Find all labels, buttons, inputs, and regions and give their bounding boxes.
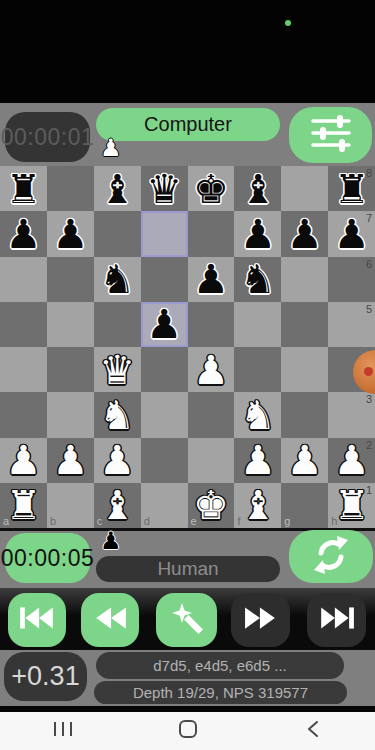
square-e2[interactable] xyxy=(188,438,235,483)
square-a3[interactable] xyxy=(0,392,47,437)
black-king-e8[interactable]: ♚ xyxy=(193,169,229,209)
square-b7[interactable]: ♟ xyxy=(47,211,94,256)
file-label-c: c xyxy=(97,515,103,527)
file-label-d: d xyxy=(144,515,150,527)
square-e7[interactable] xyxy=(188,211,235,256)
square-a8[interactable]: ♜ xyxy=(0,166,47,211)
black-pawn-d5[interactable]: ♟ xyxy=(146,304,182,344)
white-rook-h1[interactable]: ♜ xyxy=(334,485,370,525)
settings-button[interactable] xyxy=(289,107,372,163)
rank-label-1: 1 xyxy=(366,484,372,496)
white-bishop-c1[interactable]: ♝ xyxy=(99,485,135,525)
square-f7[interactable]: ♟ xyxy=(234,211,281,256)
square-a7[interactable]: ♟ xyxy=(0,211,47,256)
white-pawn-a2[interactable]: ♟ xyxy=(6,440,42,480)
square-c4[interactable]: ♛ xyxy=(94,347,141,392)
home-icon xyxy=(178,719,198,743)
square-g4[interactable] xyxy=(281,347,328,392)
square-d4[interactable] xyxy=(141,347,188,392)
square-g5[interactable] xyxy=(281,302,328,347)
square-f3[interactable]: ♞ xyxy=(234,392,281,437)
overlay-record-dot xyxy=(364,367,373,376)
square-c5[interactable] xyxy=(94,302,141,347)
black-knight-c6[interactable]: ♞ xyxy=(99,259,135,299)
computer-clock: 00:00:01 xyxy=(5,112,90,162)
square-h1[interactable]: 1h♜ xyxy=(328,483,375,528)
square-c3[interactable]: ♞ xyxy=(94,392,141,437)
status-bar xyxy=(0,0,375,103)
white-pawn-f2[interactable]: ♟ xyxy=(240,440,276,480)
skip-end-icon xyxy=(318,605,356,635)
black-pawn-e6[interactable]: ♟ xyxy=(193,259,229,299)
square-e6[interactable]: ♟ xyxy=(188,257,235,302)
white-pawn-e4[interactable]: ♟ xyxy=(193,350,229,390)
square-g8[interactable] xyxy=(281,166,328,211)
square-e1[interactable]: e♚ xyxy=(188,483,235,528)
square-h8[interactable]: 8♜ xyxy=(328,166,375,211)
recents-button[interactable] xyxy=(0,721,125,741)
skip-to-start-button[interactable] xyxy=(8,593,66,647)
computer-player-button[interactable]: Computer xyxy=(96,108,280,141)
square-f6[interactable]: ♞ xyxy=(234,257,281,302)
square-f5[interactable] xyxy=(234,302,281,347)
square-c6[interactable]: ♞ xyxy=(94,257,141,302)
evaluation-score: +0.31 xyxy=(4,652,87,701)
square-e4[interactable]: ♟ xyxy=(188,347,235,392)
square-d3[interactable] xyxy=(141,392,188,437)
square-a6[interactable] xyxy=(0,257,47,302)
white-pawn-c2[interactable]: ♟ xyxy=(99,440,135,480)
square-g2[interactable]: ♟ xyxy=(281,438,328,483)
white-rook-a1[interactable]: ♜ xyxy=(6,485,42,525)
human-clock: 00:00:05 xyxy=(5,533,90,583)
fast-forward-icon xyxy=(244,605,278,635)
square-c8[interactable]: ♝ xyxy=(94,166,141,211)
square-h3[interactable]: 3 xyxy=(328,392,375,437)
square-e5[interactable] xyxy=(188,302,235,347)
square-d1[interactable]: d xyxy=(141,483,188,528)
notification-dot xyxy=(285,20,291,26)
white-bishop-f1[interactable]: ♝ xyxy=(240,485,276,525)
square-c1[interactable]: c♝ xyxy=(94,483,141,528)
white-pawn-g2[interactable]: ♟ xyxy=(287,440,323,480)
square-b6[interactable] xyxy=(47,257,94,302)
white-knight-c3[interactable]: ♞ xyxy=(99,395,135,435)
black-pawn-f7[interactable]: ♟ xyxy=(240,214,276,254)
file-label-g: g xyxy=(284,515,290,527)
file-label-a: a xyxy=(3,515,9,527)
square-b1[interactable]: b xyxy=(47,483,94,528)
square-h5[interactable]: 5 xyxy=(328,302,375,347)
black-bishop-c8[interactable]: ♝ xyxy=(99,169,135,209)
back-button[interactable] xyxy=(250,720,375,742)
square-g7[interactable]: ♟ xyxy=(281,211,328,256)
square-b5[interactable] xyxy=(47,302,94,347)
square-h7[interactable]: 7♟ xyxy=(328,211,375,256)
engine-best-line: d7d5, e4d5, e6d5 ... xyxy=(96,652,344,679)
skip-to-end-button[interactable] xyxy=(307,593,366,647)
black-queen-d8[interactable]: ♛ xyxy=(146,169,182,209)
rank-label-3: 3 xyxy=(366,393,372,405)
square-c2[interactable]: ♟ xyxy=(94,438,141,483)
skip-start-icon xyxy=(18,605,56,635)
android-nav-bar xyxy=(0,712,375,750)
square-d5[interactable]: ♟ xyxy=(141,302,188,347)
white-knight-f3[interactable]: ♞ xyxy=(240,395,276,435)
square-b4[interactable] xyxy=(47,347,94,392)
black-pawn-a7[interactable]: ♟ xyxy=(6,214,42,254)
rewind-button[interactable] xyxy=(81,593,139,647)
square-h6[interactable]: 6 xyxy=(328,257,375,302)
square-f2[interactable]: ♟ xyxy=(234,438,281,483)
file-label-f: f xyxy=(237,515,240,527)
square-e8[interactable]: ♚ xyxy=(188,166,235,211)
square-b3[interactable] xyxy=(47,392,94,437)
square-g3[interactable] xyxy=(281,392,328,437)
square-f1[interactable]: f♝ xyxy=(234,483,281,528)
square-f4[interactable] xyxy=(234,347,281,392)
rank-label-5: 5 xyxy=(366,303,372,315)
file-label-e: e xyxy=(191,515,197,527)
square-g1[interactable]: g xyxy=(281,483,328,528)
square-g6[interactable] xyxy=(281,257,328,302)
recents-icon xyxy=(52,721,74,741)
rewind-icon xyxy=(93,605,127,635)
square-d7[interactable] xyxy=(141,211,188,256)
square-a5[interactable] xyxy=(0,302,47,347)
black-pawn-b7[interactable]: ♟ xyxy=(52,214,88,254)
square-e3[interactable] xyxy=(188,392,235,437)
rank-label-8: 8 xyxy=(366,167,372,179)
square-b8[interactable] xyxy=(47,166,94,211)
square-d2[interactable] xyxy=(141,438,188,483)
rank-label-7: 7 xyxy=(366,212,372,224)
tune-sliders-icon xyxy=(307,112,355,158)
square-d6[interactable] xyxy=(141,257,188,302)
black-pawn-h7[interactable]: ♟ xyxy=(334,214,370,254)
black-rook-h8[interactable]: ♜ xyxy=(334,169,370,209)
back-icon xyxy=(307,720,319,742)
human-player-button[interactable]: Human xyxy=(96,556,280,582)
captured-white-pawn: ♟ xyxy=(100,136,122,160)
white-pawn-b2[interactable]: ♟ xyxy=(52,440,88,480)
home-button[interactable] xyxy=(125,719,250,743)
rank-label-6: 6 xyxy=(366,258,372,270)
file-label-b: b xyxy=(50,515,56,527)
engine-depth-info: Depth 19/29, NPS 319577 xyxy=(94,681,347,704)
black-knight-f6[interactable]: ♞ xyxy=(240,259,276,299)
square-a2[interactable]: ♟ xyxy=(0,438,47,483)
square-b2[interactable]: ♟ xyxy=(47,438,94,483)
hint-button[interactable] xyxy=(156,593,217,647)
black-rook-a8[interactable]: ♜ xyxy=(6,169,42,209)
captured-black-pawn: ♟ xyxy=(100,529,122,553)
refresh-button[interactable] xyxy=(289,530,373,583)
white-queen-c4[interactable]: ♛ xyxy=(99,350,135,390)
square-f8[interactable]: ♝ xyxy=(234,166,281,211)
file-label-h: h xyxy=(331,515,337,527)
black-pawn-g7[interactable]: ♟ xyxy=(287,214,323,254)
magic-wand-icon xyxy=(169,600,205,640)
square-h2[interactable]: 2♟ xyxy=(328,438,375,483)
black-bishop-f8[interactable]: ♝ xyxy=(240,169,276,209)
square-a4[interactable] xyxy=(0,347,47,392)
white-pawn-h2[interactable]: ♟ xyxy=(334,440,370,480)
square-a1[interactable]: a♜ xyxy=(0,483,47,528)
fast-forward-button[interactable] xyxy=(231,593,290,647)
white-king-e1[interactable]: ♚ xyxy=(193,485,229,525)
square-d8[interactable]: ♛ xyxy=(141,166,188,211)
square-c7[interactable] xyxy=(94,211,141,256)
chess-board: ♜♝♛♚♝8♜♟♟♟♟7♟♞♟♞6♟5♛♟4♞♞3♟♟♟♟♟2♟a♜bc♝de♚… xyxy=(0,166,375,528)
rank-label-2: 2 xyxy=(366,439,372,451)
sync-arrows-icon xyxy=(311,535,351,579)
phone-screen: { "game": "chess", "position": { "fen": … xyxy=(0,0,375,750)
